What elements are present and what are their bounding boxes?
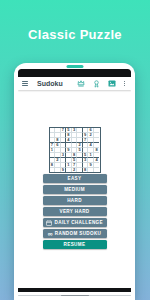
resume-button[interactable]: RESUME xyxy=(43,240,107,249)
easy-button[interactable]: EASY xyxy=(43,174,107,183)
button-label: HARD xyxy=(67,198,82,203)
button-label: DAILY CHALLENGE xyxy=(55,220,103,225)
phone-mockup: Sudoku xyxy=(14,63,135,300)
medal-icon[interactable] xyxy=(93,80,100,88)
button-label: RANDOM SUDOKU xyxy=(55,231,101,236)
home-indicator xyxy=(61,295,89,297)
app-bar: Sudoku xyxy=(18,77,131,90)
navigation-bar xyxy=(18,288,131,293)
sudoku-board: 753689284776241958385125348179928 xyxy=(49,127,101,173)
button-label: RESUME xyxy=(64,242,86,247)
random-sudoku-button[interactable]: ∞ RANDOM SUDOKU xyxy=(43,229,107,238)
phone-speaker xyxy=(66,65,83,68)
image-icon[interactable] xyxy=(108,80,116,87)
banner-title: Classic Puzzle xyxy=(0,27,150,42)
infinity-icon: ∞ xyxy=(48,232,53,236)
status-bar xyxy=(18,69,131,77)
hamburger-menu-icon[interactable] xyxy=(22,81,28,86)
menu-button-stack: EASY MEDIUM HARD VERY HARD xyxy=(43,174,107,249)
promo-banner: Classic Puzzle Sudoku xyxy=(0,0,150,300)
hard-button[interactable]: HARD xyxy=(43,196,107,205)
very-hard-button[interactable]: VERY HARD xyxy=(43,207,107,216)
button-label: VERY HARD xyxy=(60,209,90,214)
medium-button[interactable]: MEDIUM xyxy=(43,185,107,194)
daily-challenge-button[interactable]: DAILY CHALLENGE xyxy=(43,218,107,227)
button-label: MEDIUM xyxy=(64,187,85,192)
sudoku-cell xyxy=(94,168,100,172)
app-content: 753689284776241958385125348179928 EASY M… xyxy=(18,90,131,292)
overflow-menu-icon[interactable] xyxy=(124,81,125,87)
phone-screen: Sudoku xyxy=(18,69,131,292)
app-title: Sudoku xyxy=(37,80,63,87)
calendar-icon xyxy=(46,220,52,226)
button-label: EASY xyxy=(68,176,82,181)
crown-icon[interactable] xyxy=(77,80,85,87)
